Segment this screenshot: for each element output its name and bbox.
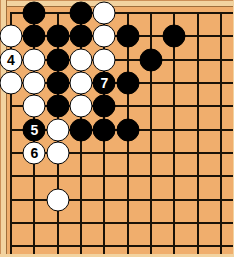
grid-line-horizontal: [10, 222, 233, 224]
stone-black[interactable]: [46, 95, 69, 118]
stone-black[interactable]: 7: [93, 71, 116, 94]
stone-black[interactable]: [69, 25, 92, 48]
stone-white[interactable]: [46, 141, 69, 164]
stone-black[interactable]: [46, 48, 69, 71]
stone-white[interactable]: [23, 95, 46, 118]
move-number-label: 7: [100, 76, 108, 90]
stone-black[interactable]: 5: [23, 118, 46, 141]
stone-white[interactable]: [0, 71, 23, 94]
move-number-label: 5: [30, 123, 38, 137]
stone-black[interactable]: [69, 2, 92, 25]
stone-white[interactable]: [69, 95, 92, 118]
stone-white[interactable]: [46, 118, 69, 141]
stone-white[interactable]: [23, 48, 46, 71]
stone-white[interactable]: [93, 48, 116, 71]
stone-black[interactable]: [46, 25, 69, 48]
stone-black[interactable]: [163, 25, 186, 48]
grid-line-horizontal: [10, 245, 233, 247]
stone-white[interactable]: [69, 71, 92, 94]
go-board[interactable]: 4756: [0, 0, 234, 257]
grid-line-vertical: [197, 12, 199, 254]
move-number-label: 6: [30, 146, 38, 160]
stone-white[interactable]: [69, 48, 92, 71]
stone-white[interactable]: [23, 71, 46, 94]
stone-white[interactable]: [93, 25, 116, 48]
stone-white[interactable]: [93, 2, 116, 25]
board-frame-right: [233, 0, 234, 257]
stone-black[interactable]: [139, 48, 162, 71]
stone-white[interactable]: [46, 188, 69, 211]
grid-line-vertical: [173, 12, 175, 254]
stone-white[interactable]: 4: [0, 48, 23, 71]
stone-white[interactable]: [0, 25, 23, 48]
stone-white[interactable]: 6: [23, 141, 46, 164]
grid-line-horizontal: [10, 199, 233, 201]
stone-black[interactable]: [116, 118, 139, 141]
stone-black[interactable]: [23, 2, 46, 25]
grid-line-horizontal: [10, 175, 233, 177]
grid-line-vertical: [220, 12, 222, 254]
stone-black[interactable]: [69, 118, 92, 141]
stone-black[interactable]: [23, 25, 46, 48]
stone-black[interactable]: [93, 95, 116, 118]
move-number-label: 4: [7, 53, 15, 67]
stone-black[interactable]: [93, 118, 116, 141]
stone-black[interactable]: [116, 25, 139, 48]
stone-black[interactable]: [46, 71, 69, 94]
stone-black[interactable]: [116, 71, 139, 94]
